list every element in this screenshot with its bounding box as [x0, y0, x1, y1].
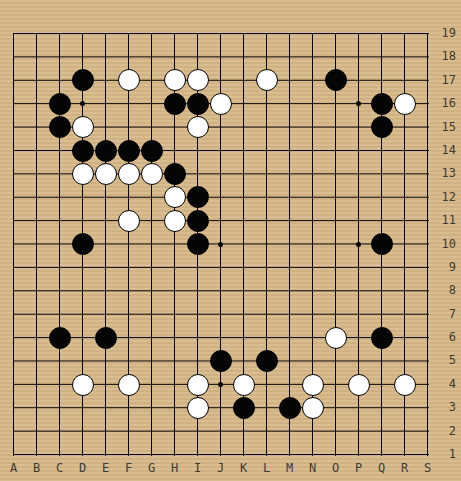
- white-stone-O6[interactable]: [325, 327, 347, 349]
- cell-C4[interactable]: [48, 373, 71, 396]
- cell-I8[interactable]: [186, 279, 209, 302]
- cell-H12[interactable]: [163, 186, 186, 209]
- cell-E13[interactable]: [94, 162, 117, 185]
- cell-C9[interactable]: [48, 256, 71, 279]
- cell-K14[interactable]: [232, 139, 255, 162]
- cell-O13[interactable]: [324, 162, 347, 185]
- cell-C12[interactable]: [48, 186, 71, 209]
- cell-F11[interactable]: [117, 209, 140, 232]
- cell-H13[interactable]: [163, 162, 186, 185]
- cell-K10[interactable]: [232, 233, 255, 256]
- black-stone-H16[interactable]: [164, 93, 186, 115]
- cell-L7[interactable]: [255, 303, 278, 326]
- cell-H9[interactable]: [163, 256, 186, 279]
- cell-E16[interactable]: [94, 92, 117, 115]
- cell-M5[interactable]: [278, 349, 301, 372]
- cell-C19[interactable]: [48, 22, 71, 45]
- cell-F8[interactable]: [117, 279, 140, 302]
- cell-L14[interactable]: [255, 139, 278, 162]
- cell-M18[interactable]: [278, 45, 301, 68]
- cell-P3[interactable]: [347, 396, 370, 419]
- black-stone-G14[interactable]: [141, 140, 163, 162]
- cell-O9[interactable]: [324, 256, 347, 279]
- cell-Q6[interactable]: [370, 326, 393, 349]
- cell-A15[interactable]: [2, 116, 25, 139]
- cell-C10[interactable]: [48, 233, 71, 256]
- black-stone-I16[interactable]: [187, 93, 209, 115]
- cell-N10[interactable]: [301, 233, 324, 256]
- cell-O14[interactable]: [324, 139, 347, 162]
- cell-I17[interactable]: [186, 69, 209, 92]
- cell-I3[interactable]: [186, 396, 209, 419]
- cell-H17[interactable]: [163, 69, 186, 92]
- cell-N6[interactable]: [301, 326, 324, 349]
- cell-C3[interactable]: [48, 396, 71, 419]
- cell-E4[interactable]: [94, 373, 117, 396]
- cell-Q4[interactable]: [370, 373, 393, 396]
- cell-C18[interactable]: [48, 45, 71, 68]
- cell-P5[interactable]: [347, 349, 370, 372]
- cell-D16[interactable]: [71, 92, 94, 115]
- cell-N2[interactable]: [301, 420, 324, 443]
- cell-M2[interactable]: [278, 420, 301, 443]
- cell-M6[interactable]: [278, 326, 301, 349]
- cell-M4[interactable]: [278, 373, 301, 396]
- cell-L10[interactable]: [255, 233, 278, 256]
- cell-J18[interactable]: [209, 45, 232, 68]
- cell-B13[interactable]: [25, 162, 48, 185]
- black-stone-D10[interactable]: [72, 233, 94, 255]
- cell-H4[interactable]: [163, 373, 186, 396]
- cell-E7[interactable]: [94, 303, 117, 326]
- cell-G16[interactable]: [140, 92, 163, 115]
- black-stone-Q6[interactable]: [371, 327, 393, 349]
- cell-K4[interactable]: [232, 373, 255, 396]
- cell-G11[interactable]: [140, 209, 163, 232]
- cell-K18[interactable]: [232, 45, 255, 68]
- cell-M15[interactable]: [278, 116, 301, 139]
- cell-G19[interactable]: [140, 22, 163, 45]
- cell-J8[interactable]: [209, 279, 232, 302]
- cell-C16[interactable]: [48, 92, 71, 115]
- cell-R14[interactable]: [393, 139, 416, 162]
- cell-P4[interactable]: [347, 373, 370, 396]
- cell-Q18[interactable]: [370, 45, 393, 68]
- cell-Q16[interactable]: [370, 92, 393, 115]
- black-stone-Q16[interactable]: [371, 93, 393, 115]
- white-stone-D15[interactable]: [72, 116, 94, 138]
- white-stone-E13[interactable]: [95, 163, 117, 185]
- cell-I12[interactable]: [186, 186, 209, 209]
- cell-I7[interactable]: [186, 303, 209, 326]
- cell-D11[interactable]: [71, 209, 94, 232]
- cell-L11[interactable]: [255, 209, 278, 232]
- cell-K5[interactable]: [232, 349, 255, 372]
- cell-L8[interactable]: [255, 279, 278, 302]
- cell-C15[interactable]: [48, 116, 71, 139]
- cell-P10[interactable]: [347, 233, 370, 256]
- cell-H18[interactable]: [163, 45, 186, 68]
- cell-B14[interactable]: [25, 139, 48, 162]
- black-stone-M3[interactable]: [279, 397, 301, 419]
- cell-O8[interactable]: [324, 279, 347, 302]
- cell-M12[interactable]: [278, 186, 301, 209]
- cell-H16[interactable]: [163, 92, 186, 115]
- cell-D17[interactable]: [71, 69, 94, 92]
- cell-Q19[interactable]: [370, 22, 393, 45]
- cell-M13[interactable]: [278, 162, 301, 185]
- cell-K19[interactable]: [232, 22, 255, 45]
- cell-E14[interactable]: [94, 139, 117, 162]
- cell-K9[interactable]: [232, 256, 255, 279]
- cell-J2[interactable]: [209, 420, 232, 443]
- cell-B18[interactable]: [25, 45, 48, 68]
- cell-F14[interactable]: [117, 139, 140, 162]
- cell-O16[interactable]: [324, 92, 347, 115]
- cell-Q17[interactable]: [370, 69, 393, 92]
- cell-M8[interactable]: [278, 279, 301, 302]
- cell-N13[interactable]: [301, 162, 324, 185]
- cell-J15[interactable]: [209, 116, 232, 139]
- cell-D2[interactable]: [71, 420, 94, 443]
- cell-R9[interactable]: [393, 256, 416, 279]
- cell-F5[interactable]: [117, 349, 140, 372]
- cell-G3[interactable]: [140, 396, 163, 419]
- white-stone-N3[interactable]: [302, 397, 324, 419]
- cell-D4[interactable]: [71, 373, 94, 396]
- cell-O18[interactable]: [324, 45, 347, 68]
- cell-P19[interactable]: [347, 22, 370, 45]
- cell-G12[interactable]: [140, 186, 163, 209]
- cell-H11[interactable]: [163, 209, 186, 232]
- cell-D19[interactable]: [71, 22, 94, 45]
- cell-A8[interactable]: [2, 279, 25, 302]
- cell-I6[interactable]: [186, 326, 209, 349]
- black-stone-I10[interactable]: [187, 233, 209, 255]
- cell-N7[interactable]: [301, 303, 324, 326]
- cell-N3[interactable]: [301, 396, 324, 419]
- cell-G14[interactable]: [140, 139, 163, 162]
- cell-A16[interactable]: [2, 92, 25, 115]
- black-stone-C16[interactable]: [49, 93, 71, 115]
- cell-D7[interactable]: [71, 303, 94, 326]
- cell-A5[interactable]: [2, 349, 25, 372]
- cell-F3[interactable]: [117, 396, 140, 419]
- black-stone-F14[interactable]: [118, 140, 140, 162]
- cell-J13[interactable]: [209, 162, 232, 185]
- cell-C11[interactable]: [48, 209, 71, 232]
- cell-M17[interactable]: [278, 69, 301, 92]
- cell-M3[interactable]: [278, 396, 301, 419]
- black-stone-H13[interactable]: [164, 163, 186, 185]
- cell-A2[interactable]: [2, 420, 25, 443]
- cell-Q7[interactable]: [370, 303, 393, 326]
- cell-P15[interactable]: [347, 116, 370, 139]
- cell-H2[interactable]: [163, 420, 186, 443]
- cell-F2[interactable]: [117, 420, 140, 443]
- white-stone-F17[interactable]: [118, 69, 140, 91]
- cell-R11[interactable]: [393, 209, 416, 232]
- cell-E11[interactable]: [94, 209, 117, 232]
- cell-H7[interactable]: [163, 303, 186, 326]
- cell-F18[interactable]: [117, 45, 140, 68]
- cell-J16[interactable]: [209, 92, 232, 115]
- cell-B4[interactable]: [25, 373, 48, 396]
- white-stone-D4[interactable]: [72, 374, 94, 396]
- cell-F19[interactable]: [117, 22, 140, 45]
- cell-J17[interactable]: [209, 69, 232, 92]
- cell-I10[interactable]: [186, 233, 209, 256]
- cell-E2[interactable]: [94, 420, 117, 443]
- cell-M14[interactable]: [278, 139, 301, 162]
- cell-I14[interactable]: [186, 139, 209, 162]
- cell-R19[interactable]: [393, 22, 416, 45]
- cell-O3[interactable]: [324, 396, 347, 419]
- cell-R7[interactable]: [393, 303, 416, 326]
- cell-I4[interactable]: [186, 373, 209, 396]
- cell-J14[interactable]: [209, 139, 232, 162]
- cell-A12[interactable]: [2, 186, 25, 209]
- cell-B19[interactable]: [25, 22, 48, 45]
- cell-K13[interactable]: [232, 162, 255, 185]
- white-stone-F13[interactable]: [118, 163, 140, 185]
- cell-P2[interactable]: [347, 420, 370, 443]
- cell-K2[interactable]: [232, 420, 255, 443]
- white-stone-H12[interactable]: [164, 186, 186, 208]
- cell-Q2[interactable]: [370, 420, 393, 443]
- cell-O4[interactable]: [324, 373, 347, 396]
- cell-N12[interactable]: [301, 186, 324, 209]
- cell-A11[interactable]: [2, 209, 25, 232]
- white-stone-L17[interactable]: [256, 69, 278, 91]
- cell-B12[interactable]: [25, 186, 48, 209]
- cell-D10[interactable]: [71, 233, 94, 256]
- cell-C13[interactable]: [48, 162, 71, 185]
- cell-B8[interactable]: [25, 279, 48, 302]
- cell-I18[interactable]: [186, 45, 209, 68]
- cell-O15[interactable]: [324, 116, 347, 139]
- cell-L4[interactable]: [255, 373, 278, 396]
- cell-A4[interactable]: [2, 373, 25, 396]
- cell-D13[interactable]: [71, 162, 94, 185]
- cell-M7[interactable]: [278, 303, 301, 326]
- cell-A9[interactable]: [2, 256, 25, 279]
- cell-R3[interactable]: [393, 396, 416, 419]
- cell-O11[interactable]: [324, 209, 347, 232]
- cell-Q8[interactable]: [370, 279, 393, 302]
- cell-J10[interactable]: [209, 233, 232, 256]
- cell-B10[interactable]: [25, 233, 48, 256]
- cell-Q12[interactable]: [370, 186, 393, 209]
- cell-H19[interactable]: [163, 22, 186, 45]
- cell-P13[interactable]: [347, 162, 370, 185]
- cell-D3[interactable]: [71, 396, 94, 419]
- cell-A18[interactable]: [2, 45, 25, 68]
- cell-H14[interactable]: [163, 139, 186, 162]
- cell-N16[interactable]: [301, 92, 324, 115]
- white-stone-J16[interactable]: [210, 93, 232, 115]
- cell-H3[interactable]: [163, 396, 186, 419]
- cell-M16[interactable]: [278, 92, 301, 115]
- black-stone-K3[interactable]: [233, 397, 255, 419]
- black-stone-L5[interactable]: [256, 350, 278, 372]
- cell-G18[interactable]: [140, 45, 163, 68]
- cell-J5[interactable]: [209, 349, 232, 372]
- cell-L15[interactable]: [255, 116, 278, 139]
- cell-B6[interactable]: [25, 326, 48, 349]
- cell-L18[interactable]: [255, 45, 278, 68]
- white-stone-D13[interactable]: [72, 163, 94, 185]
- cell-B16[interactable]: [25, 92, 48, 115]
- black-stone-O17[interactable]: [325, 69, 347, 91]
- cell-H10[interactable]: [163, 233, 186, 256]
- cell-P14[interactable]: [347, 139, 370, 162]
- cell-N8[interactable]: [301, 279, 324, 302]
- white-stone-I15[interactable]: [187, 116, 209, 138]
- cell-E17[interactable]: [94, 69, 117, 92]
- cell-K3[interactable]: [232, 396, 255, 419]
- cell-J4[interactable]: [209, 373, 232, 396]
- cell-R5[interactable]: [393, 349, 416, 372]
- cell-D18[interactable]: [71, 45, 94, 68]
- cell-P12[interactable]: [347, 186, 370, 209]
- cell-O19[interactable]: [324, 22, 347, 45]
- cell-B7[interactable]: [25, 303, 48, 326]
- cell-E9[interactable]: [94, 256, 117, 279]
- cell-D12[interactable]: [71, 186, 94, 209]
- cell-A17[interactable]: [2, 69, 25, 92]
- cell-B9[interactable]: [25, 256, 48, 279]
- cell-A10[interactable]: [2, 233, 25, 256]
- cell-D14[interactable]: [71, 139, 94, 162]
- cell-R8[interactable]: [393, 279, 416, 302]
- cell-F9[interactable]: [117, 256, 140, 279]
- black-stone-I12[interactable]: [187, 186, 209, 208]
- cell-G5[interactable]: [140, 349, 163, 372]
- cell-G17[interactable]: [140, 69, 163, 92]
- cell-K17[interactable]: [232, 69, 255, 92]
- cell-Q3[interactable]: [370, 396, 393, 419]
- cell-J19[interactable]: [209, 22, 232, 45]
- cell-R10[interactable]: [393, 233, 416, 256]
- cell-L2[interactable]: [255, 420, 278, 443]
- white-stone-F4[interactable]: [118, 374, 140, 396]
- cell-G10[interactable]: [140, 233, 163, 256]
- cell-E19[interactable]: [94, 22, 117, 45]
- cell-P8[interactable]: [347, 279, 370, 302]
- cell-K12[interactable]: [232, 186, 255, 209]
- cell-P6[interactable]: [347, 326, 370, 349]
- cell-L19[interactable]: [255, 22, 278, 45]
- cell-I19[interactable]: [186, 22, 209, 45]
- cell-K7[interactable]: [232, 303, 255, 326]
- white-stone-H11[interactable]: [164, 210, 186, 232]
- cell-O5[interactable]: [324, 349, 347, 372]
- cell-I9[interactable]: [186, 256, 209, 279]
- white-stone-F11[interactable]: [118, 210, 140, 232]
- cell-G6[interactable]: [140, 326, 163, 349]
- white-stone-K4[interactable]: [233, 374, 255, 396]
- cell-J11[interactable]: [209, 209, 232, 232]
- cell-E12[interactable]: [94, 186, 117, 209]
- cell-L6[interactable]: [255, 326, 278, 349]
- cell-I2[interactable]: [186, 420, 209, 443]
- cell-M11[interactable]: [278, 209, 301, 232]
- cell-A6[interactable]: [2, 326, 25, 349]
- cell-R12[interactable]: [393, 186, 416, 209]
- cell-K8[interactable]: [232, 279, 255, 302]
- cell-L12[interactable]: [255, 186, 278, 209]
- cell-R6[interactable]: [393, 326, 416, 349]
- cell-N17[interactable]: [301, 69, 324, 92]
- cell-L13[interactable]: [255, 162, 278, 185]
- white-stone-R4[interactable]: [394, 374, 416, 396]
- cell-A7[interactable]: [2, 303, 25, 326]
- cell-C5[interactable]: [48, 349, 71, 372]
- cell-D9[interactable]: [71, 256, 94, 279]
- cell-D8[interactable]: [71, 279, 94, 302]
- cell-R4[interactable]: [393, 373, 416, 396]
- cell-C8[interactable]: [48, 279, 71, 302]
- cell-N19[interactable]: [301, 22, 324, 45]
- cell-P9[interactable]: [347, 256, 370, 279]
- cell-G8[interactable]: [140, 279, 163, 302]
- cell-F16[interactable]: [117, 92, 140, 115]
- cell-Q11[interactable]: [370, 209, 393, 232]
- cell-B15[interactable]: [25, 116, 48, 139]
- cell-E18[interactable]: [94, 45, 117, 68]
- cell-F12[interactable]: [117, 186, 140, 209]
- cell-R13[interactable]: [393, 162, 416, 185]
- cell-E15[interactable]: [94, 116, 117, 139]
- black-stone-C6[interactable]: [49, 327, 71, 349]
- cell-G13[interactable]: [140, 162, 163, 185]
- cell-F10[interactable]: [117, 233, 140, 256]
- black-stone-Q10[interactable]: [371, 233, 393, 255]
- cell-N15[interactable]: [301, 116, 324, 139]
- cell-J9[interactable]: [209, 256, 232, 279]
- white-stone-I4[interactable]: [187, 374, 209, 396]
- cell-A13[interactable]: [2, 162, 25, 185]
- cell-Q9[interactable]: [370, 256, 393, 279]
- cell-H8[interactable]: [163, 279, 186, 302]
- cell-L3[interactable]: [255, 396, 278, 419]
- cell-F15[interactable]: [117, 116, 140, 139]
- cell-I13[interactable]: [186, 162, 209, 185]
- cell-F17[interactable]: [117, 69, 140, 92]
- cell-B17[interactable]: [25, 69, 48, 92]
- cell-E8[interactable]: [94, 279, 117, 302]
- cell-B5[interactable]: [25, 349, 48, 372]
- cell-Q13[interactable]: [370, 162, 393, 185]
- cell-R18[interactable]: [393, 45, 416, 68]
- cell-J12[interactable]: [209, 186, 232, 209]
- cell-L9[interactable]: [255, 256, 278, 279]
- cell-K16[interactable]: [232, 92, 255, 115]
- cell-J6[interactable]: [209, 326, 232, 349]
- cell-P17[interactable]: [347, 69, 370, 92]
- black-stone-J5[interactable]: [210, 350, 232, 372]
- cell-D5[interactable]: [71, 349, 94, 372]
- cell-B11[interactable]: [25, 209, 48, 232]
- cell-C6[interactable]: [48, 326, 71, 349]
- cell-P18[interactable]: [347, 45, 370, 68]
- cell-C7[interactable]: [48, 303, 71, 326]
- cell-R16[interactable]: [393, 92, 416, 115]
- white-stone-I3[interactable]: [187, 397, 209, 419]
- cell-O6[interactable]: [324, 326, 347, 349]
- cell-K6[interactable]: [232, 326, 255, 349]
